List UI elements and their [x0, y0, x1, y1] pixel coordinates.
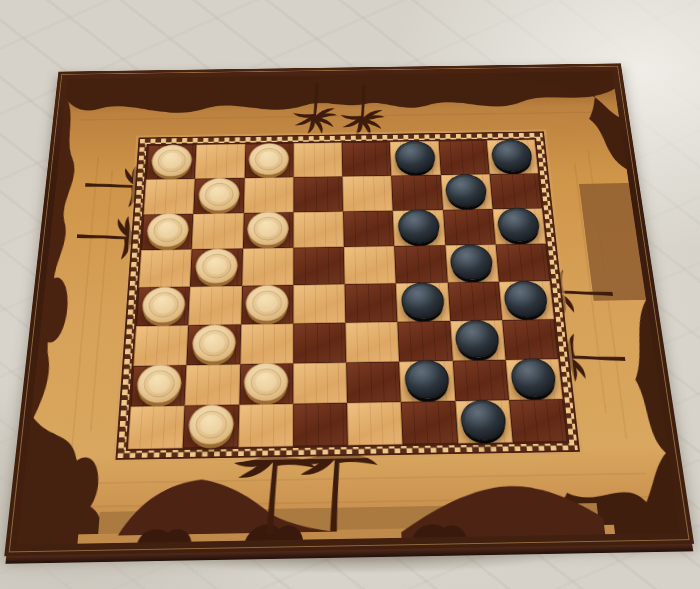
- checker-dark[interactable]: [394, 141, 436, 173]
- square-r3c5[interactable]: [343, 210, 394, 247]
- checker-light[interactable]: [141, 286, 186, 323]
- square-r1c6[interactable]: [390, 141, 440, 176]
- square-r2c3[interactable]: [243, 177, 293, 213]
- square-r6c4[interactable]: [293, 323, 346, 363]
- square-r7c1[interactable]: [131, 365, 187, 407]
- square-r3c8[interactable]: [492, 208, 546, 245]
- checker-light[interactable]: [150, 144, 192, 177]
- square-r6c8[interactable]: [502, 319, 558, 359]
- square-r2c2[interactable]: [193, 178, 244, 214]
- checker-light[interactable]: [198, 178, 240, 212]
- square-r2c8[interactable]: [489, 173, 542, 209]
- left-inlay-strip: [30, 95, 82, 425]
- square-r8c2[interactable]: [183, 405, 239, 448]
- square-r7c5[interactable]: [346, 361, 401, 403]
- square-r7c4[interactable]: [293, 362, 347, 404]
- square-r1c8[interactable]: [486, 140, 538, 174]
- square-r6c6[interactable]: [398, 321, 453, 361]
- square-r3c1[interactable]: [141, 213, 193, 250]
- square-r5c5[interactable]: [345, 283, 398, 322]
- left-inlay-blotch: [36, 277, 70, 343]
- square-r5c2[interactable]: [188, 286, 241, 325]
- square-r1c1[interactable]: [146, 145, 197, 180]
- square-r5c7[interactable]: [447, 282, 502, 321]
- checker-light[interactable]: [247, 212, 289, 247]
- checker-light[interactable]: [188, 405, 234, 446]
- square-r4c2[interactable]: [190, 249, 242, 287]
- mountain-left: [118, 477, 337, 535]
- square-r6c2[interactable]: [187, 324, 241, 365]
- checker-light[interactable]: [195, 248, 238, 284]
- square-r3c3[interactable]: [243, 212, 294, 249]
- square-r1c5[interactable]: [342, 142, 392, 177]
- square-r3c7[interactable]: [443, 209, 496, 246]
- square-r5c3[interactable]: [241, 285, 293, 324]
- square-r6c5[interactable]: [345, 322, 399, 362]
- board-grid: [128, 140, 568, 450]
- square-r2c6[interactable]: [391, 175, 442, 211]
- square-r7c3[interactable]: [239, 363, 293, 405]
- checker-dark[interactable]: [449, 244, 493, 280]
- square-r8c3[interactable]: [238, 404, 293, 447]
- checker-dark[interactable]: [454, 320, 500, 358]
- square-r7c2[interactable]: [185, 364, 240, 406]
- square-r4c1[interactable]: [139, 250, 192, 288]
- checker-dark[interactable]: [510, 358, 558, 397]
- photo-background: [0, 0, 700, 589]
- square-r1c3[interactable]: [244, 143, 293, 178]
- checkers-board: [4, 63, 694, 556]
- right-inlay-patch: [579, 183, 646, 301]
- square-r8c4[interactable]: [293, 403, 348, 446]
- checker-light[interactable]: [249, 143, 289, 176]
- square-r7c8[interactable]: [505, 359, 562, 401]
- square-r6c3[interactable]: [240, 323, 293, 364]
- square-r8c1[interactable]: [128, 406, 185, 449]
- square-r7c7[interactable]: [452, 359, 509, 401]
- square-r4c5[interactable]: [344, 246, 396, 284]
- square-r1c7[interactable]: [438, 140, 489, 174]
- square-r4c7[interactable]: [445, 245, 499, 283]
- square-r4c6[interactable]: [394, 245, 447, 283]
- checker-light[interactable]: [192, 324, 237, 362]
- square-r5c6[interactable]: [396, 283, 450, 322]
- square-r5c4[interactable]: [293, 284, 345, 323]
- checker-dark[interactable]: [503, 281, 549, 318]
- square-r3c2[interactable]: [192, 213, 244, 250]
- checker-light[interactable]: [244, 363, 288, 402]
- square-r5c8[interactable]: [499, 281, 554, 320]
- checker-dark[interactable]: [397, 209, 440, 244]
- checker-dark[interactable]: [497, 208, 541, 242]
- square-r4c4[interactable]: [293, 247, 344, 285]
- square-r6c1[interactable]: [133, 325, 188, 366]
- checker-dark[interactable]: [460, 400, 508, 441]
- square-r7c6[interactable]: [399, 360, 455, 402]
- square-r2c5[interactable]: [342, 176, 393, 212]
- checker-dark[interactable]: [491, 139, 534, 171]
- square-r4c8[interactable]: [495, 244, 549, 282]
- checker-dark[interactable]: [445, 174, 488, 207]
- square-r2c4[interactable]: [293, 176, 343, 212]
- square-r8c6[interactable]: [401, 401, 458, 444]
- square-r3c4[interactable]: [293, 211, 344, 248]
- right-inlay-lower: [624, 300, 669, 456]
- square-r1c4[interactable]: [293, 142, 342, 177]
- square-r3c6[interactable]: [393, 210, 445, 247]
- checker-light[interactable]: [246, 285, 289, 322]
- square-r5c1[interactable]: [136, 287, 190, 326]
- checker-dark[interactable]: [401, 282, 445, 319]
- square-r1c2[interactable]: [195, 144, 245, 179]
- square-r4c3[interactable]: [242, 248, 294, 286]
- square-r2c1[interactable]: [144, 179, 196, 215]
- checker-dark[interactable]: [404, 360, 450, 399]
- checker-light[interactable]: [146, 213, 189, 248]
- square-r8c8[interactable]: [509, 399, 567, 442]
- checker-light[interactable]: [136, 364, 182, 403]
- square-r8c5[interactable]: [347, 402, 403, 445]
- square-r8c7[interactable]: [455, 400, 513, 443]
- square-r6c7[interactable]: [450, 320, 506, 360]
- square-r2c7[interactable]: [440, 174, 492, 210]
